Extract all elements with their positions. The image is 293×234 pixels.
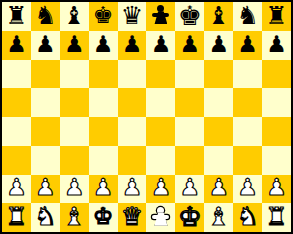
white-knight-piece[interactable]: ♞ [34,204,56,229]
square[interactable]: ♟ [233,31,262,60]
square[interactable]: ♟ [89,31,118,60]
square[interactable]: ♟ [60,31,89,60]
square[interactable]: ♛ [118,2,147,31]
square[interactable]: ♟ [175,175,204,204]
square[interactable]: ♟ [146,175,175,204]
square[interactable] [89,88,118,117]
square[interactable] [204,146,233,175]
square[interactable] [31,146,60,175]
square[interactable] [2,60,31,89]
white-bishop-piece[interactable]: ♝ [63,204,85,229]
square[interactable] [146,117,175,146]
black-pawn-piece[interactable]: ♟ [6,33,27,56]
square[interactable]: ♟ [146,31,175,60]
square[interactable]: ♟ [2,31,31,60]
white-pawn-piece[interactable]: ♟ [93,176,114,199]
square[interactable] [146,60,175,89]
square[interactable] [146,146,175,175]
square[interactable]: ♟ [204,175,233,204]
black-pawn-piece[interactable]: ♟ [208,33,229,56]
square[interactable] [262,117,291,146]
white-knight-piece[interactable]: ♞ [236,204,258,229]
square[interactable]: ♟ [262,31,291,60]
square[interactable]: ♞ [233,2,262,31]
white-pawn-piece[interactable]: ♟ [237,176,258,199]
square[interactable]: ♟ [31,31,60,60]
square[interactable] [89,146,118,175]
black-pawn-piece[interactable]: ♟ [266,33,287,56]
square[interactable] [175,88,204,117]
black-knight-piece[interactable]: ♞ [236,3,258,28]
square[interactable] [31,88,60,117]
square[interactable]: ♟ [118,31,147,60]
black-rook-piece[interactable]: ♜ [5,3,27,28]
white-pawn-piece[interactable]: ♟ [266,176,287,199]
square[interactable] [89,60,118,89]
square[interactable] [2,146,31,175]
square[interactable]: ♝ [60,2,89,31]
board-frame: ♜♞♝♚♛♚♝♞♜♟♟♟♟♟♟♟♟♟♟♟♟♟♟♟♟♟♟♟♟♜♞♝♚♛♚♝♞♜ [0,0,293,234]
square[interactable] [31,117,60,146]
square[interactable] [233,60,262,89]
square[interactable] [262,60,291,89]
white-rook-piece[interactable]: ♜ [5,204,27,229]
white-pawn-piece[interactable]: ♟ [64,176,85,199]
square[interactable]: ♜ [2,203,31,232]
square[interactable]: ♟ [262,175,291,204]
square[interactable]: ♚ [89,2,118,31]
black-queen-piece[interactable]: ♛ [121,3,143,28]
square[interactable]: ♟ [60,175,89,204]
black-pawn-piece[interactable]: ♟ [151,33,172,56]
white-pawn-piece[interactable]: ♟ [35,176,56,199]
square[interactable]: ♝ [60,203,89,232]
square[interactable]: ♟ [89,175,118,204]
square[interactable] [118,88,147,117]
white-bishop-piece[interactable]: ♝ [208,204,230,229]
square[interactable]: ♚ [175,203,204,232]
man-head [157,207,164,214]
black-bishop-piece[interactable]: ♝ [63,3,85,28]
square[interactable] [233,117,262,146]
square[interactable]: ♜ [262,203,291,232]
square[interactable] [118,117,147,146]
chess-board: ♜♞♝♚♛♚♝♞♜♟♟♟♟♟♟♟♟♟♟♟♟♟♟♟♟♟♟♟♟♜♞♝♚♛♚♝♞♜ [2,2,291,232]
black-prince-piece[interactable]: ♚ [93,4,114,27]
square[interactable]: ♟ [175,31,204,60]
square[interactable] [262,88,291,117]
square[interactable] [233,88,262,117]
square[interactable] [233,146,262,175]
square[interactable]: ♛ [118,203,147,232]
square[interactable]: ♚ [89,203,118,232]
square[interactable] [89,117,118,146]
square[interactable] [60,146,89,175]
black-pawn-piece[interactable]: ♟ [64,33,85,56]
square[interactable] [146,2,175,31]
square[interactable] [118,60,147,89]
square[interactable] [31,60,60,89]
square[interactable]: ♞ [233,203,262,232]
black-bishop-piece[interactable]: ♝ [208,3,230,28]
square[interactable]: ♚ [175,2,204,31]
square[interactable]: ♜ [2,2,31,31]
white-pawn-piece[interactable]: ♟ [151,176,172,199]
black-pawn-piece[interactable]: ♟ [237,33,258,56]
square[interactable] [175,117,204,146]
black-man-piece[interactable] [152,5,169,27]
man-head [157,5,164,12]
white-rook-piece[interactable]: ♜ [265,204,287,229]
square[interactable]: ♜ [262,2,291,31]
square[interactable]: ♞ [31,203,60,232]
square[interactable] [175,146,204,175]
white-prince-piece[interactable]: ♚ [93,205,114,228]
square[interactable] [175,60,204,89]
square[interactable] [2,117,31,146]
square[interactable]: ♟ [233,175,262,204]
square[interactable] [60,117,89,146]
white-queen-piece[interactable]: ♛ [121,204,143,229]
square[interactable] [2,88,31,117]
white-pawn-piece[interactable]: ♟ [122,176,143,199]
white-pawn-piece[interactable]: ♟ [180,176,201,199]
white-pawn-piece[interactable]: ♟ [6,176,27,199]
square[interactable] [204,60,233,89]
square[interactable]: ♟ [118,175,147,204]
square[interactable]: ♞ [31,2,60,31]
black-pawn-piece[interactable]: ♟ [122,33,143,56]
black-pawn-piece[interactable]: ♟ [35,33,56,56]
black-pawn-piece[interactable]: ♟ [180,33,201,56]
square[interactable] [262,146,291,175]
square[interactable] [146,88,175,117]
square[interactable] [60,88,89,117]
black-king-piece[interactable]: ♚ [178,2,202,29]
square[interactable] [118,146,147,175]
square[interactable] [146,203,175,232]
black-knight-piece[interactable]: ♞ [34,3,56,28]
square[interactable] [60,60,89,89]
white-pawn-piece[interactable]: ♟ [208,176,229,199]
square[interactable] [204,88,233,117]
white-man-piece[interactable] [152,207,169,229]
square[interactable]: ♝ [204,203,233,232]
square[interactable] [204,117,233,146]
black-rook-piece[interactable]: ♜ [265,3,287,28]
black-pawn-piece[interactable]: ♟ [93,33,114,56]
square[interactable]: ♟ [2,175,31,204]
white-king-piece[interactable]: ♚ [178,203,202,230]
square[interactable]: ♝ [204,2,233,31]
square[interactable]: ♟ [31,175,60,204]
square[interactable]: ♟ [204,31,233,60]
